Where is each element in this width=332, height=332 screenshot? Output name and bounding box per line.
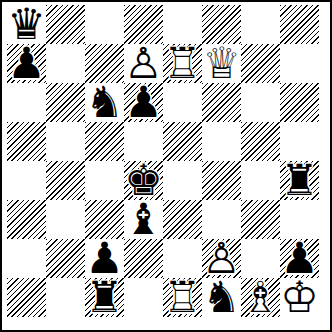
square-g8[interactable] bbox=[241, 5, 280, 44]
square-a4[interactable] bbox=[7, 161, 46, 200]
square-f7[interactable]: ♕ bbox=[202, 44, 241, 83]
square-d1[interactable] bbox=[124, 278, 163, 317]
square-b8[interactable] bbox=[46, 5, 85, 44]
square-c6[interactable]: ♞ bbox=[85, 83, 124, 122]
square-h4[interactable]: ♜ bbox=[280, 161, 319, 200]
piece-black-bishop-d3[interactable]: ♝ bbox=[124, 200, 163, 239]
square-g5[interactable] bbox=[241, 122, 280, 161]
square-c8[interactable] bbox=[85, 5, 124, 44]
square-c4[interactable] bbox=[85, 161, 124, 200]
square-h1[interactable]: ♔ bbox=[280, 278, 319, 317]
square-e1[interactable]: ♖ bbox=[163, 278, 202, 317]
square-h6[interactable] bbox=[280, 83, 319, 122]
piece-black-knight-f1[interactable]: ♞ bbox=[202, 278, 241, 317]
square-e7[interactable]: ♖ bbox=[163, 44, 202, 83]
square-h7[interactable] bbox=[280, 44, 319, 83]
square-b2[interactable] bbox=[46, 239, 85, 278]
square-c1[interactable]: ♜ bbox=[85, 278, 124, 317]
square-h8[interactable] bbox=[280, 5, 319, 44]
square-b1[interactable] bbox=[46, 278, 85, 317]
square-f6[interactable] bbox=[202, 83, 241, 122]
piece-black-pawn-d6[interactable]: ♟ bbox=[124, 83, 163, 122]
square-f4[interactable] bbox=[202, 161, 241, 200]
piece-black-knight-c6[interactable]: ♞ bbox=[85, 83, 124, 122]
square-a6[interactable] bbox=[7, 83, 46, 122]
square-d6[interactable]: ♟ bbox=[124, 83, 163, 122]
square-a7[interactable]: ♟ bbox=[7, 44, 46, 83]
square-g7[interactable] bbox=[241, 44, 280, 83]
piece-black-rook-c1[interactable]: ♜ bbox=[85, 278, 124, 317]
piece-black-rook-h4[interactable]: ♜ bbox=[280, 161, 319, 200]
square-b6[interactable] bbox=[46, 83, 85, 122]
piece-white-bishop-g1[interactable]: ♗ bbox=[241, 278, 280, 317]
square-b5[interactable] bbox=[46, 122, 85, 161]
square-d3[interactable]: ♝ bbox=[124, 200, 163, 239]
piece-white-rook-e7[interactable]: ♖ bbox=[163, 44, 202, 83]
square-e4[interactable] bbox=[163, 161, 202, 200]
square-b4[interactable] bbox=[46, 161, 85, 200]
square-c5[interactable] bbox=[85, 122, 124, 161]
square-d2[interactable] bbox=[124, 239, 163, 278]
square-g4[interactable] bbox=[241, 161, 280, 200]
piece-white-queen-f7[interactable]: ♕ bbox=[202, 44, 241, 83]
chess-board: ♛♟♙♖♕♞♟♚♜♝♟♙♟♜♖♞♗♔ bbox=[7, 5, 319, 317]
square-e6[interactable] bbox=[163, 83, 202, 122]
square-a2[interactable] bbox=[7, 239, 46, 278]
square-a3[interactable] bbox=[7, 200, 46, 239]
square-b3[interactable] bbox=[46, 200, 85, 239]
piece-white-rook-e1[interactable]: ♖ bbox=[163, 278, 202, 317]
piece-black-pawn-a7[interactable]: ♟ bbox=[7, 44, 46, 83]
square-f1[interactable]: ♞ bbox=[202, 278, 241, 317]
square-a5[interactable] bbox=[7, 122, 46, 161]
square-g6[interactable] bbox=[241, 83, 280, 122]
square-f5[interactable] bbox=[202, 122, 241, 161]
chess-diagram: ♛♟♙♖♕♞♟♚♜♝♟♙♟♜♖♞♗♔ bbox=[0, 0, 332, 332]
piece-white-king-h1[interactable]: ♔ bbox=[280, 278, 319, 317]
square-g1[interactable]: ♗ bbox=[241, 278, 280, 317]
square-b7[interactable] bbox=[46, 44, 85, 83]
square-a1[interactable] bbox=[7, 278, 46, 317]
square-g3[interactable] bbox=[241, 200, 280, 239]
square-e5[interactable] bbox=[163, 122, 202, 161]
square-e3[interactable] bbox=[163, 200, 202, 239]
